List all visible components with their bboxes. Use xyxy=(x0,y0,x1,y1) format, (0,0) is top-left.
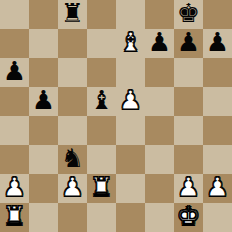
square-f4[interactable] xyxy=(145,116,174,145)
square-e5[interactable]: ♟ xyxy=(116,87,145,116)
piece-white-rook-a1[interactable]: ♜ xyxy=(3,203,26,231)
square-a7[interactable] xyxy=(0,29,29,58)
piece-black-knight-c3[interactable]: ♞ xyxy=(61,145,84,173)
piece-black-pawn-h7[interactable]: ♟ xyxy=(206,29,229,57)
square-d4[interactable] xyxy=(87,116,116,145)
square-e6[interactable] xyxy=(116,58,145,87)
piece-white-king-g1[interactable]: ♚ xyxy=(177,203,200,231)
square-b8[interactable] xyxy=(29,0,58,29)
square-g3[interactable] xyxy=(174,145,203,174)
square-g8[interactable]: ♚ xyxy=(174,0,203,29)
square-e3[interactable] xyxy=(116,145,145,174)
piece-black-king-g8[interactable]: ♚ xyxy=(177,0,200,28)
piece-black-pawn-b5[interactable]: ♟ xyxy=(32,87,55,115)
square-g7[interactable]: ♟ xyxy=(174,29,203,58)
piece-white-pawn-c2[interactable]: ♟ xyxy=(61,174,84,202)
square-b4[interactable] xyxy=(29,116,58,145)
square-h6[interactable] xyxy=(203,58,232,87)
square-f1[interactable] xyxy=(145,203,174,232)
square-b5[interactable]: ♟ xyxy=(29,87,58,116)
piece-white-pawn-h2[interactable]: ♟ xyxy=(206,174,229,202)
square-d7[interactable] xyxy=(87,29,116,58)
square-c5[interactable] xyxy=(58,87,87,116)
square-a5[interactable] xyxy=(0,87,29,116)
square-d3[interactable] xyxy=(87,145,116,174)
square-h3[interactable] xyxy=(203,145,232,174)
square-f8[interactable] xyxy=(145,0,174,29)
square-a8[interactable] xyxy=(0,0,29,29)
square-d6[interactable] xyxy=(87,58,116,87)
square-d1[interactable] xyxy=(87,203,116,232)
square-c2[interactable]: ♟ xyxy=(58,174,87,203)
square-h8[interactable] xyxy=(203,0,232,29)
piece-black-bishop-d5[interactable]: ♝ xyxy=(90,87,113,115)
square-c6[interactable] xyxy=(58,58,87,87)
square-c3[interactable]: ♞ xyxy=(58,145,87,174)
square-f3[interactable] xyxy=(145,145,174,174)
square-f7[interactable]: ♟ xyxy=(145,29,174,58)
piece-black-rook-c8[interactable]: ♜ xyxy=(61,0,84,28)
square-g5[interactable] xyxy=(174,87,203,116)
piece-white-pawn-a2[interactable]: ♟ xyxy=(3,174,26,202)
square-a6[interactable]: ♟ xyxy=(0,58,29,87)
square-a4[interactable] xyxy=(0,116,29,145)
piece-black-pawn-g7[interactable]: ♟ xyxy=(177,29,200,57)
square-g1[interactable]: ♚ xyxy=(174,203,203,232)
square-d8[interactable] xyxy=(87,0,116,29)
square-f5[interactable] xyxy=(145,87,174,116)
square-h1[interactable] xyxy=(203,203,232,232)
piece-white-rook-d2[interactable]: ♜ xyxy=(90,174,113,202)
square-e7[interactable]: ♝ xyxy=(116,29,145,58)
square-a1[interactable]: ♜ xyxy=(0,203,29,232)
square-c4[interactable] xyxy=(58,116,87,145)
square-b6[interactable] xyxy=(29,58,58,87)
square-g6[interactable] xyxy=(174,58,203,87)
square-e4[interactable] xyxy=(116,116,145,145)
square-e8[interactable] xyxy=(116,0,145,29)
square-h4[interactable] xyxy=(203,116,232,145)
square-b3[interactable] xyxy=(29,145,58,174)
piece-black-pawn-f7[interactable]: ♟ xyxy=(148,29,171,57)
piece-white-pawn-g2[interactable]: ♟ xyxy=(177,174,200,202)
square-b2[interactable] xyxy=(29,174,58,203)
square-d5[interactable]: ♝ xyxy=(87,87,116,116)
piece-white-bishop-e7[interactable]: ♝ xyxy=(119,29,142,57)
square-g4[interactable] xyxy=(174,116,203,145)
square-g2[interactable]: ♟ xyxy=(174,174,203,203)
square-c8[interactable]: ♜ xyxy=(58,0,87,29)
square-c1[interactable] xyxy=(58,203,87,232)
square-h5[interactable] xyxy=(203,87,232,116)
square-d2[interactable]: ♜ xyxy=(87,174,116,203)
square-b7[interactable] xyxy=(29,29,58,58)
square-f2[interactable] xyxy=(145,174,174,203)
square-e1[interactable] xyxy=(116,203,145,232)
piece-black-pawn-a6[interactable]: ♟ xyxy=(3,58,26,86)
square-h7[interactable]: ♟ xyxy=(203,29,232,58)
chess-app: ♜♚♝♟♟♟♟♟♝♟♞♟♟♜♟♟♜♚ xyxy=(0,0,232,232)
piece-white-pawn-e5[interactable]: ♟ xyxy=(119,87,142,115)
square-b1[interactable] xyxy=(29,203,58,232)
square-c7[interactable] xyxy=(58,29,87,58)
square-a2[interactable]: ♟ xyxy=(0,174,29,203)
square-e2[interactable] xyxy=(116,174,145,203)
square-f6[interactable] xyxy=(145,58,174,87)
square-h2[interactable]: ♟ xyxy=(203,174,232,203)
chess-board: ♜♚♝♟♟♟♟♟♝♟♞♟♟♜♟♟♜♚ xyxy=(0,0,232,232)
square-a3[interactable] xyxy=(0,145,29,174)
